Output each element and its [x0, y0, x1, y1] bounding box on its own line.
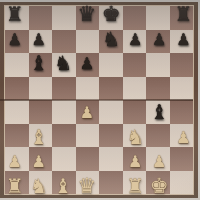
square-d4[interactable]: ♟	[76, 100, 100, 124]
square-d6[interactable]: ♟	[76, 53, 100, 77]
piece-black-pawn[interactable]: ♟	[152, 27, 166, 50]
piece-black-rook[interactable]: ♜	[6, 3, 24, 26]
piece-white-knight[interactable]: ♞	[126, 125, 144, 148]
square-g5[interactable]	[146, 77, 170, 101]
square-f6[interactable]	[123, 53, 147, 77]
piece-black-bishop[interactable]: ♝	[30, 52, 48, 75]
square-e2[interactable]	[99, 147, 123, 171]
piece-black-bishop[interactable]: ♝	[150, 101, 168, 124]
square-f7[interactable]: ♟	[123, 30, 147, 54]
square-e4[interactable]	[99, 100, 123, 124]
square-b4[interactable]	[29, 100, 53, 124]
square-b6[interactable]: ♝	[29, 53, 53, 77]
piece-black-pawn[interactable]: ♟	[7, 27, 21, 50]
board-frame: ♜♛♚♜♟♟♞♟♟♟♝♞♟♟♝♝♞♟♟♟♟♟♜♞♝♛♜♚	[0, 2, 198, 198]
square-a6[interactable]	[5, 53, 29, 77]
square-g2[interactable]: ♟	[146, 147, 170, 171]
piece-black-pawn[interactable]: ♟	[80, 52, 94, 75]
square-g3[interactable]	[146, 124, 170, 148]
square-h4[interactable]	[170, 100, 194, 124]
square-f5[interactable]	[123, 77, 147, 101]
square-c5[interactable]	[52, 77, 76, 101]
square-h8[interactable]: ♜	[170, 6, 194, 30]
piece-white-knight[interactable]: ♞	[30, 174, 48, 197]
square-d7[interactable]	[76, 30, 100, 54]
square-d8[interactable]: ♛	[76, 6, 100, 30]
square-f2[interactable]: ♟	[123, 147, 147, 171]
chess-board: ♜♛♚♜♟♟♞♟♟♟♝♞♟♟♝♝♞♟♟♟♟♟♜♞♝♛♜♚	[5, 6, 193, 194]
square-d3[interactable]	[76, 124, 100, 148]
square-c6[interactable]: ♞	[52, 53, 76, 77]
square-b5[interactable]	[29, 77, 53, 101]
square-c4[interactable]	[52, 100, 76, 124]
piece-white-pawn[interactable]: ♟	[152, 150, 166, 173]
square-f4[interactable]	[123, 100, 147, 124]
chessboard-photo: ♜♛♚♜♟♟♞♟♟♟♝♞♟♟♝♝♞♟♟♟♟♟♜♞♝♛♜♚	[0, 0, 200, 200]
square-h3[interactable]: ♟	[170, 124, 194, 148]
square-a2[interactable]: ♟	[5, 147, 29, 171]
square-h6[interactable]	[170, 53, 194, 77]
square-d2[interactable]	[76, 147, 100, 171]
square-c2[interactable]	[52, 147, 76, 171]
square-h5[interactable]	[170, 77, 194, 101]
piece-black-king[interactable]: ♚	[102, 3, 121, 26]
square-g7[interactable]: ♟	[146, 30, 170, 54]
square-e3[interactable]	[99, 124, 123, 148]
square-b7[interactable]: ♟	[29, 30, 53, 54]
piece-white-pawn[interactable]: ♟	[176, 125, 190, 148]
square-b1[interactable]: ♞	[29, 171, 53, 195]
square-c8[interactable]	[52, 6, 76, 30]
piece-white-rook[interactable]: ♜	[126, 174, 144, 197]
square-a5[interactable]	[5, 77, 29, 101]
piece-white-pawn[interactable]: ♟	[80, 101, 94, 124]
square-h7[interactable]: ♟	[170, 30, 194, 54]
square-d5[interactable]	[76, 77, 100, 101]
piece-white-king[interactable]: ♚	[150, 174, 169, 197]
piece-black-knight[interactable]: ♞	[102, 27, 120, 50]
square-a1[interactable]: ♜	[5, 171, 29, 195]
square-a4[interactable]	[5, 100, 29, 124]
square-c7[interactable]	[52, 30, 76, 54]
square-e7[interactable]: ♞	[99, 30, 123, 54]
piece-black-pawn[interactable]: ♟	[128, 27, 142, 50]
piece-black-rook[interactable]: ♜	[174, 3, 192, 26]
piece-white-bishop[interactable]: ♝	[30, 125, 48, 148]
square-b8[interactable]	[29, 6, 53, 30]
piece-white-pawn[interactable]: ♟	[128, 150, 142, 173]
square-e5[interactable]	[99, 77, 123, 101]
square-h2[interactable]	[170, 147, 194, 171]
square-a3[interactable]	[5, 124, 29, 148]
piece-white-queen[interactable]: ♛	[78, 174, 97, 197]
square-g8[interactable]	[146, 6, 170, 30]
piece-black-pawn[interactable]: ♟	[32, 27, 46, 50]
piece-white-pawn[interactable]: ♟	[32, 150, 46, 173]
square-g4[interactable]: ♝	[146, 100, 170, 124]
piece-black-knight[interactable]: ♞	[54, 52, 72, 75]
square-e6[interactable]	[99, 53, 123, 77]
square-h1[interactable]	[170, 171, 194, 195]
square-f1[interactable]: ♜	[123, 171, 147, 195]
square-g1[interactable]: ♚	[146, 171, 170, 195]
square-g6[interactable]	[146, 53, 170, 77]
piece-white-pawn[interactable]: ♟	[7, 150, 21, 173]
square-c1[interactable]: ♝	[52, 171, 76, 195]
piece-white-bishop[interactable]: ♝	[54, 174, 72, 197]
square-f3[interactable]: ♞	[123, 124, 147, 148]
piece-white-rook[interactable]: ♜	[6, 174, 24, 197]
square-d1[interactable]: ♛	[76, 171, 100, 195]
square-b2[interactable]: ♟	[29, 147, 53, 171]
piece-black-queen[interactable]: ♛	[78, 3, 97, 26]
square-c3[interactable]	[52, 124, 76, 148]
square-a7[interactable]: ♟	[5, 30, 29, 54]
square-a8[interactable]: ♜	[5, 6, 29, 30]
square-e1[interactable]	[99, 171, 123, 195]
square-b3[interactable]: ♝	[29, 124, 53, 148]
square-f8[interactable]	[123, 6, 147, 30]
piece-black-pawn[interactable]: ♟	[176, 27, 190, 50]
